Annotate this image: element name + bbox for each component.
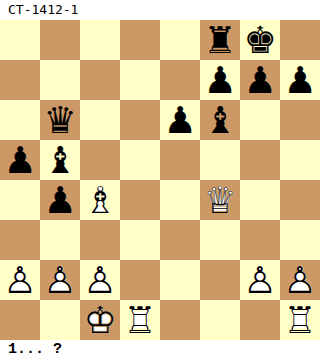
square-f1[interactable]: [200, 300, 240, 340]
square-a5[interactable]: ♟: [0, 140, 40, 180]
white-pawn-piece: ♟♙: [0, 260, 40, 300]
square-a1[interactable]: [0, 300, 40, 340]
square-f3[interactable]: [200, 220, 240, 260]
square-g6[interactable]: [240, 100, 280, 140]
square-d6[interactable]: [120, 100, 160, 140]
square-e1[interactable]: [160, 300, 200, 340]
square-c4[interactable]: ♝♗: [80, 180, 120, 220]
square-e2[interactable]: [160, 260, 200, 300]
black-pawn-piece: ♟: [160, 100, 200, 140]
square-a4[interactable]: [0, 180, 40, 220]
square-f8[interactable]: ♜: [200, 20, 240, 60]
black-bishop-piece: ♝: [200, 100, 240, 140]
black-king-piece: ♚: [240, 20, 280, 60]
square-d4[interactable]: [120, 180, 160, 220]
square-h6[interactable]: [280, 100, 320, 140]
square-a8[interactable]: [0, 20, 40, 60]
square-d2[interactable]: [120, 260, 160, 300]
square-b1[interactable]: [40, 300, 80, 340]
puzzle-title: CT-1412-1: [0, 0, 320, 20]
white-pawn-piece: ♟♙: [240, 260, 280, 300]
square-e8[interactable]: [160, 20, 200, 60]
square-e5[interactable]: [160, 140, 200, 180]
square-e6[interactable]: ♟: [160, 100, 200, 140]
black-pawn-piece: ♟: [200, 60, 240, 100]
puzzle-page: CT-1412-1 ♜♚♟♟♟♛♟♝♟♝♟♝♗♛♕♟♙♟♙♟♙♟♙♟♙♚♔♜♖♜…: [0, 0, 320, 360]
square-a2[interactable]: ♟♙: [0, 260, 40, 300]
square-h8[interactable]: [280, 20, 320, 60]
square-c7[interactable]: [80, 60, 120, 100]
square-g8[interactable]: ♚: [240, 20, 280, 60]
square-a6[interactable]: [0, 100, 40, 140]
black-queen-piece: ♛: [40, 100, 80, 140]
white-king-piece: ♚♔: [80, 300, 120, 340]
move-prompt: 1... ?: [0, 340, 320, 360]
square-c1[interactable]: ♚♔: [80, 300, 120, 340]
square-h7[interactable]: ♟: [280, 60, 320, 100]
square-d5[interactable]: [120, 140, 160, 180]
square-h4[interactable]: [280, 180, 320, 220]
chess-board: ♜♚♟♟♟♛♟♝♟♝♟♝♗♛♕♟♙♟♙♟♙♟♙♟♙♚♔♜♖♜♖: [0, 20, 320, 340]
square-f7[interactable]: ♟: [200, 60, 240, 100]
black-pawn-piece: ♟: [40, 180, 80, 220]
square-c2[interactable]: ♟♙: [80, 260, 120, 300]
black-bishop-piece: ♝: [40, 140, 80, 180]
square-d7[interactable]: [120, 60, 160, 100]
square-b7[interactable]: [40, 60, 80, 100]
square-a3[interactable]: [0, 220, 40, 260]
square-g3[interactable]: [240, 220, 280, 260]
square-h2[interactable]: ♟♙: [280, 260, 320, 300]
square-c5[interactable]: [80, 140, 120, 180]
square-e3[interactable]: [160, 220, 200, 260]
white-bishop-piece: ♝♗: [80, 180, 120, 220]
square-e4[interactable]: [160, 180, 200, 220]
square-f4[interactable]: ♛♕: [200, 180, 240, 220]
black-pawn-piece: ♟: [0, 140, 40, 180]
white-rook-piece: ♜♖: [120, 300, 160, 340]
square-f5[interactable]: [200, 140, 240, 180]
white-pawn-piece: ♟♙: [280, 260, 320, 300]
white-pawn-piece: ♟♙: [80, 260, 120, 300]
black-rook-piece: ♜: [200, 20, 240, 60]
square-d8[interactable]: [120, 20, 160, 60]
square-b3[interactable]: [40, 220, 80, 260]
square-b6[interactable]: ♛: [40, 100, 80, 140]
white-rook-piece: ♜♖: [280, 300, 320, 340]
square-b8[interactable]: [40, 20, 80, 60]
white-queen-piece: ♛♕: [200, 180, 240, 220]
square-b2[interactable]: ♟♙: [40, 260, 80, 300]
square-f6[interactable]: ♝: [200, 100, 240, 140]
square-g1[interactable]: [240, 300, 280, 340]
white-pawn-piece: ♟♙: [40, 260, 80, 300]
square-h1[interactable]: ♜♖: [280, 300, 320, 340]
square-c8[interactable]: [80, 20, 120, 60]
square-b4[interactable]: ♟: [40, 180, 80, 220]
square-g4[interactable]: [240, 180, 280, 220]
square-c3[interactable]: [80, 220, 120, 260]
square-g7[interactable]: ♟: [240, 60, 280, 100]
square-c6[interactable]: [80, 100, 120, 140]
square-d1[interactable]: ♜♖: [120, 300, 160, 340]
black-pawn-piece: ♟: [280, 60, 320, 100]
square-g2[interactable]: ♟♙: [240, 260, 280, 300]
black-pawn-piece: ♟: [240, 60, 280, 100]
square-b5[interactable]: ♝: [40, 140, 80, 180]
square-h5[interactable]: [280, 140, 320, 180]
square-a7[interactable]: [0, 60, 40, 100]
square-h3[interactable]: [280, 220, 320, 260]
square-g5[interactable]: [240, 140, 280, 180]
square-e7[interactable]: [160, 60, 200, 100]
square-d3[interactable]: [120, 220, 160, 260]
square-f2[interactable]: [200, 260, 240, 300]
